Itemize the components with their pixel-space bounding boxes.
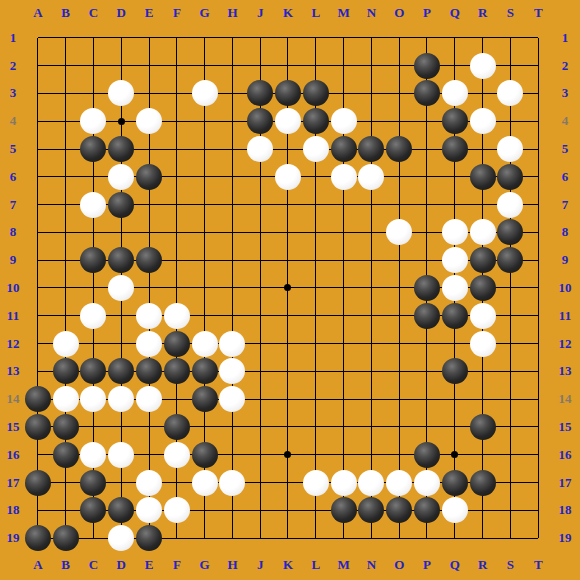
intersection-H12[interactable] bbox=[219, 330, 247, 358]
intersection-K18[interactable] bbox=[274, 496, 302, 524]
intersection-H15[interactable] bbox=[219, 413, 247, 441]
intersection-M14[interactable] bbox=[330, 385, 358, 413]
intersection-M11[interactable] bbox=[330, 302, 358, 330]
intersection-O18[interactable] bbox=[385, 496, 413, 524]
intersection-B3[interactable] bbox=[52, 80, 80, 108]
intersection-J16[interactable] bbox=[246, 441, 274, 469]
intersection-A9[interactable] bbox=[24, 246, 52, 274]
intersection-Q19[interactable] bbox=[441, 524, 469, 552]
intersection-N6[interactable] bbox=[357, 163, 385, 191]
intersection-L10[interactable] bbox=[302, 274, 330, 302]
intersection-T8[interactable] bbox=[524, 219, 552, 247]
intersection-C7[interactable] bbox=[80, 191, 108, 219]
intersection-G9[interactable] bbox=[191, 246, 219, 274]
intersection-Q3[interactable] bbox=[441, 80, 469, 108]
intersection-E12[interactable] bbox=[135, 330, 163, 358]
intersection-B18[interactable] bbox=[52, 496, 80, 524]
intersection-S5[interactable] bbox=[496, 135, 524, 163]
intersection-B9[interactable] bbox=[52, 246, 80, 274]
intersection-T9[interactable] bbox=[524, 246, 552, 274]
intersection-F4[interactable] bbox=[163, 107, 191, 135]
intersection-M6[interactable] bbox=[330, 163, 358, 191]
intersection-A19[interactable] bbox=[24, 524, 52, 552]
intersection-A5[interactable] bbox=[24, 135, 52, 163]
intersection-B1[interactable] bbox=[52, 24, 80, 52]
intersection-D16[interactable] bbox=[107, 441, 135, 469]
intersection-D15[interactable] bbox=[107, 413, 135, 441]
intersection-C5[interactable] bbox=[80, 135, 108, 163]
intersection-K12[interactable] bbox=[274, 330, 302, 358]
intersection-G17[interactable] bbox=[191, 469, 219, 497]
intersection-P2[interactable] bbox=[413, 52, 441, 80]
intersection-T15[interactable] bbox=[524, 413, 552, 441]
intersection-B2[interactable] bbox=[52, 52, 80, 80]
intersection-R5[interactable] bbox=[469, 135, 497, 163]
intersection-O15[interactable] bbox=[385, 413, 413, 441]
intersection-H14[interactable] bbox=[219, 385, 247, 413]
intersection-G11[interactable] bbox=[191, 302, 219, 330]
intersection-A11[interactable] bbox=[24, 302, 52, 330]
intersection-K14[interactable] bbox=[274, 385, 302, 413]
intersection-M1[interactable] bbox=[330, 24, 358, 52]
intersection-N15[interactable] bbox=[357, 413, 385, 441]
intersection-H3[interactable] bbox=[219, 80, 247, 108]
intersection-F6[interactable] bbox=[163, 163, 191, 191]
intersection-S3[interactable] bbox=[496, 80, 524, 108]
intersection-N8[interactable] bbox=[357, 219, 385, 247]
intersection-T2[interactable] bbox=[524, 52, 552, 80]
intersection-G15[interactable] bbox=[191, 413, 219, 441]
intersection-G2[interactable] bbox=[191, 52, 219, 80]
intersection-T16[interactable] bbox=[524, 441, 552, 469]
intersection-G12[interactable] bbox=[191, 330, 219, 358]
intersection-K13[interactable] bbox=[274, 357, 302, 385]
intersection-S17[interactable] bbox=[496, 469, 524, 497]
intersection-F9[interactable] bbox=[163, 246, 191, 274]
intersection-F15[interactable] bbox=[163, 413, 191, 441]
intersection-F2[interactable] bbox=[163, 52, 191, 80]
intersection-M15[interactable] bbox=[330, 413, 358, 441]
intersection-K15[interactable] bbox=[274, 413, 302, 441]
intersection-R9[interactable] bbox=[469, 246, 497, 274]
intersection-H7[interactable] bbox=[219, 191, 247, 219]
intersection-R13[interactable] bbox=[469, 357, 497, 385]
intersection-K7[interactable] bbox=[274, 191, 302, 219]
intersection-E7[interactable] bbox=[135, 191, 163, 219]
intersection-J19[interactable] bbox=[246, 524, 274, 552]
intersection-J15[interactable] bbox=[246, 413, 274, 441]
intersection-Q13[interactable] bbox=[441, 357, 469, 385]
intersection-Q12[interactable] bbox=[441, 330, 469, 358]
intersection-K19[interactable] bbox=[274, 524, 302, 552]
intersection-M16[interactable] bbox=[330, 441, 358, 469]
intersection-J5[interactable] bbox=[246, 135, 274, 163]
intersection-G1[interactable] bbox=[191, 24, 219, 52]
intersection-F18[interactable] bbox=[163, 496, 191, 524]
intersection-L14[interactable] bbox=[302, 385, 330, 413]
intersection-A1[interactable] bbox=[24, 24, 52, 52]
intersection-H5[interactable] bbox=[219, 135, 247, 163]
intersection-T1[interactable] bbox=[524, 24, 552, 52]
intersection-A6[interactable] bbox=[24, 163, 52, 191]
intersection-E3[interactable] bbox=[135, 80, 163, 108]
intersection-N5[interactable] bbox=[357, 135, 385, 163]
intersection-P6[interactable] bbox=[413, 163, 441, 191]
intersection-T18[interactable] bbox=[524, 496, 552, 524]
intersection-G3[interactable] bbox=[191, 80, 219, 108]
intersection-E15[interactable] bbox=[135, 413, 163, 441]
intersection-A15[interactable] bbox=[24, 413, 52, 441]
intersection-G7[interactable] bbox=[191, 191, 219, 219]
intersection-Q17[interactable] bbox=[441, 469, 469, 497]
intersection-S8[interactable] bbox=[496, 219, 524, 247]
intersection-G6[interactable] bbox=[191, 163, 219, 191]
intersection-P17[interactable] bbox=[413, 469, 441, 497]
intersection-B8[interactable] bbox=[52, 219, 80, 247]
intersection-S1[interactable] bbox=[496, 24, 524, 52]
intersection-R19[interactable] bbox=[469, 524, 497, 552]
intersection-E4[interactable] bbox=[135, 107, 163, 135]
intersection-Q18[interactable] bbox=[441, 496, 469, 524]
intersection-K10[interactable] bbox=[274, 274, 302, 302]
intersection-O6[interactable] bbox=[385, 163, 413, 191]
intersection-J7[interactable] bbox=[246, 191, 274, 219]
intersection-K11[interactable] bbox=[274, 302, 302, 330]
intersection-N7[interactable] bbox=[357, 191, 385, 219]
intersection-H16[interactable] bbox=[219, 441, 247, 469]
intersection-F1[interactable] bbox=[163, 24, 191, 52]
intersection-S13[interactable] bbox=[496, 357, 524, 385]
intersection-C16[interactable] bbox=[80, 441, 108, 469]
intersection-T5[interactable] bbox=[524, 135, 552, 163]
intersection-C4[interactable] bbox=[80, 107, 108, 135]
intersection-R14[interactable] bbox=[469, 385, 497, 413]
intersection-E19[interactable] bbox=[135, 524, 163, 552]
intersection-T12[interactable] bbox=[524, 330, 552, 358]
intersection-B15[interactable] bbox=[52, 413, 80, 441]
intersection-C2[interactable] bbox=[80, 52, 108, 80]
intersection-S16[interactable] bbox=[496, 441, 524, 469]
intersection-M9[interactable] bbox=[330, 246, 358, 274]
intersection-O10[interactable] bbox=[385, 274, 413, 302]
intersection-B14[interactable] bbox=[52, 385, 80, 413]
intersection-A3[interactable] bbox=[24, 80, 52, 108]
intersection-J18[interactable] bbox=[246, 496, 274, 524]
intersection-M8[interactable] bbox=[330, 219, 358, 247]
intersection-A10[interactable] bbox=[24, 274, 52, 302]
intersection-E17[interactable] bbox=[135, 469, 163, 497]
intersection-H10[interactable] bbox=[219, 274, 247, 302]
intersection-N16[interactable] bbox=[357, 441, 385, 469]
intersection-F13[interactable] bbox=[163, 357, 191, 385]
intersection-Q15[interactable] bbox=[441, 413, 469, 441]
intersection-P9[interactable] bbox=[413, 246, 441, 274]
intersection-D14[interactable] bbox=[107, 385, 135, 413]
intersection-T17[interactable] bbox=[524, 469, 552, 497]
intersection-D9[interactable] bbox=[107, 246, 135, 274]
intersection-L6[interactable] bbox=[302, 163, 330, 191]
intersection-A16[interactable] bbox=[24, 441, 52, 469]
intersection-F8[interactable] bbox=[163, 219, 191, 247]
intersection-M17[interactable] bbox=[330, 469, 358, 497]
intersection-Q11[interactable] bbox=[441, 302, 469, 330]
intersection-P12[interactable] bbox=[413, 330, 441, 358]
intersection-P7[interactable] bbox=[413, 191, 441, 219]
intersection-D2[interactable] bbox=[107, 52, 135, 80]
intersection-J1[interactable] bbox=[246, 24, 274, 52]
intersection-D3[interactable] bbox=[107, 80, 135, 108]
intersection-M5[interactable] bbox=[330, 135, 358, 163]
intersection-H8[interactable] bbox=[219, 219, 247, 247]
intersection-O19[interactable] bbox=[385, 524, 413, 552]
intersection-M18[interactable] bbox=[330, 496, 358, 524]
intersection-Q7[interactable] bbox=[441, 191, 469, 219]
intersection-R3[interactable] bbox=[469, 80, 497, 108]
intersection-F12[interactable] bbox=[163, 330, 191, 358]
intersection-T13[interactable] bbox=[524, 357, 552, 385]
intersection-L3[interactable] bbox=[302, 80, 330, 108]
intersection-D17[interactable] bbox=[107, 469, 135, 497]
intersection-B12[interactable] bbox=[52, 330, 80, 358]
intersection-Q14[interactable] bbox=[441, 385, 469, 413]
intersection-F5[interactable] bbox=[163, 135, 191, 163]
intersection-O14[interactable] bbox=[385, 385, 413, 413]
intersection-N13[interactable] bbox=[357, 357, 385, 385]
intersection-C9[interactable] bbox=[80, 246, 108, 274]
intersection-M12[interactable] bbox=[330, 330, 358, 358]
intersection-J12[interactable] bbox=[246, 330, 274, 358]
intersection-N12[interactable] bbox=[357, 330, 385, 358]
intersection-J9[interactable] bbox=[246, 246, 274, 274]
intersection-N4[interactable] bbox=[357, 107, 385, 135]
intersection-Q1[interactable] bbox=[441, 24, 469, 52]
intersection-L19[interactable] bbox=[302, 524, 330, 552]
intersection-C19[interactable] bbox=[80, 524, 108, 552]
intersection-E5[interactable] bbox=[135, 135, 163, 163]
intersection-F19[interactable] bbox=[163, 524, 191, 552]
intersection-K5[interactable] bbox=[274, 135, 302, 163]
intersection-D10[interactable] bbox=[107, 274, 135, 302]
intersection-K6[interactable] bbox=[274, 163, 302, 191]
intersection-A17[interactable] bbox=[24, 469, 52, 497]
intersection-G4[interactable] bbox=[191, 107, 219, 135]
intersection-D7[interactable] bbox=[107, 191, 135, 219]
intersection-G10[interactable] bbox=[191, 274, 219, 302]
intersection-D5[interactable] bbox=[107, 135, 135, 163]
intersection-B17[interactable] bbox=[52, 469, 80, 497]
intersection-Q6[interactable] bbox=[441, 163, 469, 191]
intersection-G5[interactable] bbox=[191, 135, 219, 163]
intersection-P14[interactable] bbox=[413, 385, 441, 413]
intersection-Q2[interactable] bbox=[441, 52, 469, 80]
intersection-D8[interactable] bbox=[107, 219, 135, 247]
intersection-B19[interactable] bbox=[52, 524, 80, 552]
intersection-N2[interactable] bbox=[357, 52, 385, 80]
intersection-C18[interactable] bbox=[80, 496, 108, 524]
intersection-T3[interactable] bbox=[524, 80, 552, 108]
intersection-A18[interactable] bbox=[24, 496, 52, 524]
intersection-T11[interactable] bbox=[524, 302, 552, 330]
intersection-H18[interactable] bbox=[219, 496, 247, 524]
intersection-H11[interactable] bbox=[219, 302, 247, 330]
intersection-Q16[interactable] bbox=[441, 441, 469, 469]
intersection-O8[interactable] bbox=[385, 219, 413, 247]
intersection-O17[interactable] bbox=[385, 469, 413, 497]
intersection-H19[interactable] bbox=[219, 524, 247, 552]
intersection-G13[interactable] bbox=[191, 357, 219, 385]
intersection-S11[interactable] bbox=[496, 302, 524, 330]
intersection-D19[interactable] bbox=[107, 524, 135, 552]
intersection-A4[interactable] bbox=[24, 107, 52, 135]
intersection-R17[interactable] bbox=[469, 469, 497, 497]
intersection-F14[interactable] bbox=[163, 385, 191, 413]
intersection-J17[interactable] bbox=[246, 469, 274, 497]
intersection-L15[interactable] bbox=[302, 413, 330, 441]
intersection-P3[interactable] bbox=[413, 80, 441, 108]
intersection-J10[interactable] bbox=[246, 274, 274, 302]
intersection-N14[interactable] bbox=[357, 385, 385, 413]
intersection-R12[interactable] bbox=[469, 330, 497, 358]
intersection-S15[interactable] bbox=[496, 413, 524, 441]
intersection-P11[interactable] bbox=[413, 302, 441, 330]
intersection-G19[interactable] bbox=[191, 524, 219, 552]
intersection-M4[interactable] bbox=[330, 107, 358, 135]
intersection-O3[interactable] bbox=[385, 80, 413, 108]
intersection-J14[interactable] bbox=[246, 385, 274, 413]
intersection-F3[interactable] bbox=[163, 80, 191, 108]
intersection-J13[interactable] bbox=[246, 357, 274, 385]
intersection-S18[interactable] bbox=[496, 496, 524, 524]
intersection-P4[interactable] bbox=[413, 107, 441, 135]
intersection-S9[interactable] bbox=[496, 246, 524, 274]
intersection-K16[interactable] bbox=[274, 441, 302, 469]
intersection-F10[interactable] bbox=[163, 274, 191, 302]
intersection-R6[interactable] bbox=[469, 163, 497, 191]
intersection-F17[interactable] bbox=[163, 469, 191, 497]
intersection-H9[interactable] bbox=[219, 246, 247, 274]
intersection-H1[interactable] bbox=[219, 24, 247, 52]
intersection-P1[interactable] bbox=[413, 24, 441, 52]
intersection-S2[interactable] bbox=[496, 52, 524, 80]
intersection-D6[interactable] bbox=[107, 163, 135, 191]
intersection-G14[interactable] bbox=[191, 385, 219, 413]
intersection-O13[interactable] bbox=[385, 357, 413, 385]
intersection-K1[interactable] bbox=[274, 24, 302, 52]
intersection-K17[interactable] bbox=[274, 469, 302, 497]
intersection-T6[interactable] bbox=[524, 163, 552, 191]
intersection-R10[interactable] bbox=[469, 274, 497, 302]
intersection-L1[interactable] bbox=[302, 24, 330, 52]
intersection-A12[interactable] bbox=[24, 330, 52, 358]
intersection-O4[interactable] bbox=[385, 107, 413, 135]
intersection-G8[interactable] bbox=[191, 219, 219, 247]
intersection-M10[interactable] bbox=[330, 274, 358, 302]
intersection-C13[interactable] bbox=[80, 357, 108, 385]
intersection-E8[interactable] bbox=[135, 219, 163, 247]
intersection-T10[interactable] bbox=[524, 274, 552, 302]
intersection-B13[interactable] bbox=[52, 357, 80, 385]
intersection-C3[interactable] bbox=[80, 80, 108, 108]
intersection-H4[interactable] bbox=[219, 107, 247, 135]
intersection-S6[interactable] bbox=[496, 163, 524, 191]
intersection-P13[interactable] bbox=[413, 357, 441, 385]
intersection-R8[interactable] bbox=[469, 219, 497, 247]
intersection-R11[interactable] bbox=[469, 302, 497, 330]
intersection-B7[interactable] bbox=[52, 191, 80, 219]
intersection-R1[interactable] bbox=[469, 24, 497, 52]
intersection-T7[interactable] bbox=[524, 191, 552, 219]
intersection-M2[interactable] bbox=[330, 52, 358, 80]
intersection-B6[interactable] bbox=[52, 163, 80, 191]
intersection-K8[interactable] bbox=[274, 219, 302, 247]
intersection-E9[interactable] bbox=[135, 246, 163, 274]
intersection-L2[interactable] bbox=[302, 52, 330, 80]
intersection-J2[interactable] bbox=[246, 52, 274, 80]
intersection-E1[interactable] bbox=[135, 24, 163, 52]
intersection-E16[interactable] bbox=[135, 441, 163, 469]
intersection-L8[interactable] bbox=[302, 219, 330, 247]
intersection-L9[interactable] bbox=[302, 246, 330, 274]
intersection-O2[interactable] bbox=[385, 52, 413, 80]
intersection-E11[interactable] bbox=[135, 302, 163, 330]
intersection-J3[interactable] bbox=[246, 80, 274, 108]
intersection-M3[interactable] bbox=[330, 80, 358, 108]
intersection-B5[interactable] bbox=[52, 135, 80, 163]
intersection-O16[interactable] bbox=[385, 441, 413, 469]
intersection-B16[interactable] bbox=[52, 441, 80, 469]
intersection-N19[interactable] bbox=[357, 524, 385, 552]
intersection-R4[interactable] bbox=[469, 107, 497, 135]
intersection-C1[interactable] bbox=[80, 24, 108, 52]
intersection-D1[interactable] bbox=[107, 24, 135, 52]
intersection-O7[interactable] bbox=[385, 191, 413, 219]
intersection-S10[interactable] bbox=[496, 274, 524, 302]
intersection-N11[interactable] bbox=[357, 302, 385, 330]
intersection-P8[interactable] bbox=[413, 219, 441, 247]
intersection-Q9[interactable] bbox=[441, 246, 469, 274]
intersection-N18[interactable] bbox=[357, 496, 385, 524]
intersection-Q8[interactable] bbox=[441, 219, 469, 247]
intersection-S19[interactable] bbox=[496, 524, 524, 552]
intersection-N1[interactable] bbox=[357, 24, 385, 52]
intersection-S12[interactable] bbox=[496, 330, 524, 358]
intersection-E2[interactable] bbox=[135, 52, 163, 80]
intersection-P16[interactable] bbox=[413, 441, 441, 469]
intersection-C17[interactable] bbox=[80, 469, 108, 497]
intersection-H17[interactable] bbox=[219, 469, 247, 497]
intersection-D4[interactable] bbox=[107, 107, 135, 135]
intersection-K4[interactable] bbox=[274, 107, 302, 135]
intersection-G18[interactable] bbox=[191, 496, 219, 524]
intersection-J4[interactable] bbox=[246, 107, 274, 135]
intersection-P10[interactable] bbox=[413, 274, 441, 302]
intersection-P18[interactable] bbox=[413, 496, 441, 524]
intersection-C6[interactable] bbox=[80, 163, 108, 191]
intersection-A2[interactable] bbox=[24, 52, 52, 80]
intersection-A8[interactable] bbox=[24, 219, 52, 247]
intersection-Q4[interactable] bbox=[441, 107, 469, 135]
intersection-L13[interactable] bbox=[302, 357, 330, 385]
intersection-F16[interactable] bbox=[163, 441, 191, 469]
intersection-O11[interactable] bbox=[385, 302, 413, 330]
intersection-A7[interactable] bbox=[24, 191, 52, 219]
intersection-M7[interactable] bbox=[330, 191, 358, 219]
intersection-B11[interactable] bbox=[52, 302, 80, 330]
intersection-R2[interactable] bbox=[469, 52, 497, 80]
intersection-N17[interactable] bbox=[357, 469, 385, 497]
intersection-N10[interactable] bbox=[357, 274, 385, 302]
intersection-B4[interactable] bbox=[52, 107, 80, 135]
